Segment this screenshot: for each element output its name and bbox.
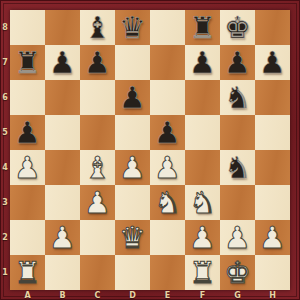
square-b1[interactable] bbox=[45, 255, 80, 290]
square-b8[interactable] bbox=[45, 10, 80, 45]
file-label-e: E bbox=[150, 290, 185, 300]
rank-label-8: 8 bbox=[0, 10, 10, 45]
white-queen[interactable]: ♛ bbox=[115, 220, 150, 255]
square-a5[interactable]: ♟ bbox=[10, 115, 45, 150]
white-rook[interactable]: ♜ bbox=[10, 255, 45, 290]
square-h5[interactable] bbox=[255, 115, 290, 150]
square-a6[interactable] bbox=[10, 80, 45, 115]
square-d4[interactable]: ♟ bbox=[115, 150, 150, 185]
square-e8[interactable] bbox=[150, 10, 185, 45]
square-e5[interactable]: ♟ bbox=[150, 115, 185, 150]
black-pawn[interactable]: ♟ bbox=[80, 45, 115, 80]
black-pawn[interactable]: ♟ bbox=[185, 45, 220, 80]
square-h2[interactable]: ♟ bbox=[255, 220, 290, 255]
square-f7[interactable]: ♟ bbox=[185, 45, 220, 80]
square-g4[interactable]: ♞ bbox=[220, 150, 255, 185]
file-label-b: B bbox=[45, 290, 80, 300]
square-g3[interactable] bbox=[220, 185, 255, 220]
black-bishop[interactable]: ♝ bbox=[80, 10, 115, 45]
black-knight[interactable]: ♞ bbox=[220, 80, 255, 115]
white-pawn[interactable]: ♟ bbox=[185, 220, 220, 255]
square-c1[interactable] bbox=[80, 255, 115, 290]
square-d5[interactable] bbox=[115, 115, 150, 150]
rank-label-1: 1 bbox=[0, 255, 10, 290]
white-pawn[interactable]: ♟ bbox=[150, 150, 185, 185]
square-d1[interactable] bbox=[115, 255, 150, 290]
square-f6[interactable] bbox=[185, 80, 220, 115]
square-f2[interactable]: ♟ bbox=[185, 220, 220, 255]
rank-label-2: 2 bbox=[0, 220, 10, 255]
rank-label-4: 4 bbox=[0, 150, 10, 185]
black-knight[interactable]: ♞ bbox=[220, 150, 255, 185]
square-b4[interactable] bbox=[45, 150, 80, 185]
square-g1[interactable]: ♚ bbox=[220, 255, 255, 290]
square-f3[interactable]: ♞ bbox=[185, 185, 220, 220]
white-king[interactable]: ♚ bbox=[220, 255, 255, 290]
square-a1[interactable]: ♜ bbox=[10, 255, 45, 290]
square-f5[interactable] bbox=[185, 115, 220, 150]
square-a4[interactable]: ♟ bbox=[10, 150, 45, 185]
file-label-c: C bbox=[80, 290, 115, 300]
white-pawn[interactable]: ♟ bbox=[255, 220, 290, 255]
square-c2[interactable] bbox=[80, 220, 115, 255]
square-c3[interactable]: ♟ bbox=[80, 185, 115, 220]
rank-label-6: 6 bbox=[0, 80, 10, 115]
square-h3[interactable] bbox=[255, 185, 290, 220]
square-g2[interactable]: ♟ bbox=[220, 220, 255, 255]
black-pawn[interactable]: ♟ bbox=[45, 45, 80, 80]
square-d7[interactable] bbox=[115, 45, 150, 80]
square-a8[interactable] bbox=[10, 10, 45, 45]
black-pawn[interactable]: ♟ bbox=[10, 115, 45, 150]
black-pawn[interactable]: ♟ bbox=[255, 45, 290, 80]
square-h7[interactable]: ♟ bbox=[255, 45, 290, 80]
square-f4[interactable] bbox=[185, 150, 220, 185]
white-pawn[interactable]: ♟ bbox=[80, 185, 115, 220]
square-b7[interactable]: ♟ bbox=[45, 45, 80, 80]
square-c7[interactable]: ♟ bbox=[80, 45, 115, 80]
black-rook[interactable]: ♜ bbox=[185, 10, 220, 45]
rank-label-5: 5 bbox=[0, 115, 10, 150]
square-f1[interactable]: ♜ bbox=[185, 255, 220, 290]
square-e7[interactable] bbox=[150, 45, 185, 80]
square-b3[interactable] bbox=[45, 185, 80, 220]
square-b6[interactable] bbox=[45, 80, 80, 115]
square-c5[interactable] bbox=[80, 115, 115, 150]
square-d3[interactable] bbox=[115, 185, 150, 220]
square-b2[interactable]: ♟ bbox=[45, 220, 80, 255]
square-h6[interactable] bbox=[255, 80, 290, 115]
white-knight[interactable]: ♞ bbox=[150, 185, 185, 220]
black-king[interactable]: ♚ bbox=[220, 10, 255, 45]
white-pawn[interactable]: ♟ bbox=[115, 150, 150, 185]
square-d6[interactable]: ♟ bbox=[115, 80, 150, 115]
square-a3[interactable] bbox=[10, 185, 45, 220]
square-d2[interactable]: ♛ bbox=[115, 220, 150, 255]
white-pawn[interactable]: ♟ bbox=[45, 220, 80, 255]
square-e2[interactable] bbox=[150, 220, 185, 255]
square-f8[interactable]: ♜ bbox=[185, 10, 220, 45]
file-label-d: D bbox=[115, 290, 150, 300]
square-e1[interactable] bbox=[150, 255, 185, 290]
black-rook[interactable]: ♜ bbox=[10, 45, 45, 80]
square-h8[interactable] bbox=[255, 10, 290, 45]
rank-label-3: 3 bbox=[0, 185, 10, 220]
square-e4[interactable]: ♟ bbox=[150, 150, 185, 185]
square-c4[interactable]: ♝ bbox=[80, 150, 115, 185]
square-e6[interactable] bbox=[150, 80, 185, 115]
square-e3[interactable]: ♞ bbox=[150, 185, 185, 220]
file-label-f: F bbox=[185, 290, 220, 300]
chessboard-frame: ♝♛♜♚♜♟♟♟♟♟♟♞♟♟♟♝♟♟♞♟♞♞♟♛♟♟♟♜♜♚ 8 7 6 5 4… bbox=[0, 0, 300, 300]
white-knight[interactable]: ♞ bbox=[185, 185, 220, 220]
chessboard: ♝♛♜♚♜♟♟♟♟♟♟♞♟♟♟♝♟♟♞♟♞♞♟♛♟♟♟♜♜♚ bbox=[10, 10, 290, 290]
file-label-a: A bbox=[10, 290, 45, 300]
white-bishop[interactable]: ♝ bbox=[80, 150, 115, 185]
rank-label-7: 7 bbox=[0, 45, 10, 80]
black-queen[interactable]: ♛ bbox=[115, 10, 150, 45]
square-g7[interactable]: ♟ bbox=[220, 45, 255, 80]
square-c8[interactable]: ♝ bbox=[80, 10, 115, 45]
file-label-h: H bbox=[255, 290, 290, 300]
black-pawn[interactable]: ♟ bbox=[150, 115, 185, 150]
square-g5[interactable] bbox=[220, 115, 255, 150]
square-g8[interactable]: ♚ bbox=[220, 10, 255, 45]
white-pawn[interactable]: ♟ bbox=[10, 150, 45, 185]
square-d8[interactable]: ♛ bbox=[115, 10, 150, 45]
white-pawn[interactable]: ♟ bbox=[220, 220, 255, 255]
black-pawn[interactable]: ♟ bbox=[220, 45, 255, 80]
black-pawn[interactable]: ♟ bbox=[115, 80, 150, 115]
square-g6[interactable]: ♞ bbox=[220, 80, 255, 115]
square-b5[interactable] bbox=[45, 115, 80, 150]
square-h1[interactable] bbox=[255, 255, 290, 290]
square-a2[interactable] bbox=[10, 220, 45, 255]
square-a7[interactable]: ♜ bbox=[10, 45, 45, 80]
file-label-g: G bbox=[220, 290, 255, 300]
square-h4[interactable] bbox=[255, 150, 290, 185]
white-rook[interactable]: ♜ bbox=[185, 255, 220, 290]
square-c6[interactable] bbox=[80, 80, 115, 115]
